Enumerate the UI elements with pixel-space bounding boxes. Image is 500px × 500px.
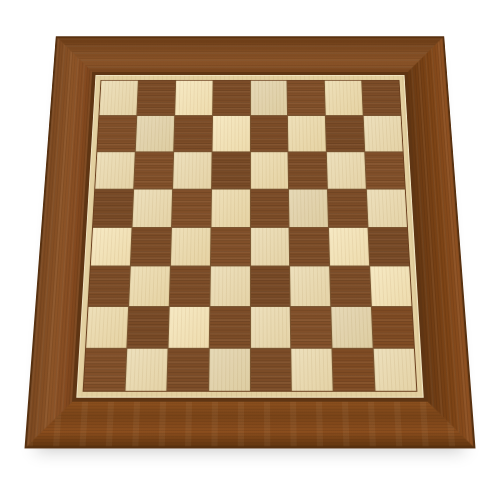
square-c2	[168, 307, 209, 348]
square-h8	[362, 81, 400, 115]
square-c5	[172, 189, 211, 226]
square-h1	[374, 349, 417, 391]
square-c8	[175, 81, 212, 115]
board-maple-border	[76, 75, 423, 398]
square-f8	[288, 81, 325, 115]
square-d6	[212, 152, 250, 188]
square-f5	[289, 189, 328, 226]
square-h2	[372, 307, 414, 348]
square-d8	[213, 81, 250, 115]
square-d4	[211, 227, 250, 265]
square-f3	[290, 267, 330, 307]
square-g3	[330, 267, 371, 307]
square-g7	[326, 116, 364, 151]
square-f7	[288, 116, 326, 151]
square-a5	[93, 189, 133, 226]
square-f4	[290, 227, 330, 265]
square-a6	[95, 152, 134, 188]
photo-background	[0, 0, 500, 500]
square-g2	[332, 307, 373, 348]
square-c4	[171, 227, 211, 265]
square-c6	[173, 152, 211, 188]
square-g1	[333, 349, 375, 391]
square-d1	[209, 349, 250, 391]
square-a2	[86, 307, 128, 348]
square-b8	[137, 81, 175, 115]
square-f2	[291, 307, 332, 348]
square-g4	[329, 227, 369, 265]
square-a1	[84, 349, 127, 391]
square-d3	[210, 267, 250, 307]
board-frame-top	[55, 38, 446, 75]
square-a3	[88, 267, 129, 307]
square-h7	[364, 116, 403, 151]
square-e5	[250, 189, 288, 226]
square-e2	[250, 307, 290, 348]
square-b1	[125, 349, 167, 391]
square-b5	[132, 189, 171, 226]
square-e4	[250, 227, 289, 265]
square-a8	[99, 81, 137, 115]
square-e6	[250, 152, 288, 188]
square-h4	[369, 227, 410, 265]
square-g8	[325, 81, 363, 115]
square-d7	[212, 116, 249, 151]
square-g5	[328, 189, 367, 226]
square-f1	[292, 349, 333, 391]
square-g6	[327, 152, 366, 188]
square-d2	[209, 307, 249, 348]
square-c1	[167, 349, 208, 391]
square-b4	[131, 227, 171, 265]
square-b2	[127, 307, 168, 348]
square-a4	[91, 227, 132, 265]
square-h6	[365, 152, 404, 188]
square-d5	[211, 189, 249, 226]
square-c7	[174, 116, 212, 151]
board-frame-bottom	[27, 398, 474, 447]
square-b3	[129, 267, 170, 307]
square-a7	[97, 116, 136, 151]
square-b7	[136, 116, 174, 151]
square-h3	[370, 267, 411, 307]
square-b6	[134, 152, 173, 188]
chess-board	[27, 38, 474, 447]
square-e3	[250, 267, 290, 307]
square-f6	[289, 152, 327, 188]
square-e1	[250, 349, 291, 391]
square-e7	[250, 116, 287, 151]
square-h5	[367, 189, 407, 226]
board-grid	[84, 81, 417, 391]
square-e8	[250, 81, 287, 115]
square-c3	[169, 267, 209, 307]
